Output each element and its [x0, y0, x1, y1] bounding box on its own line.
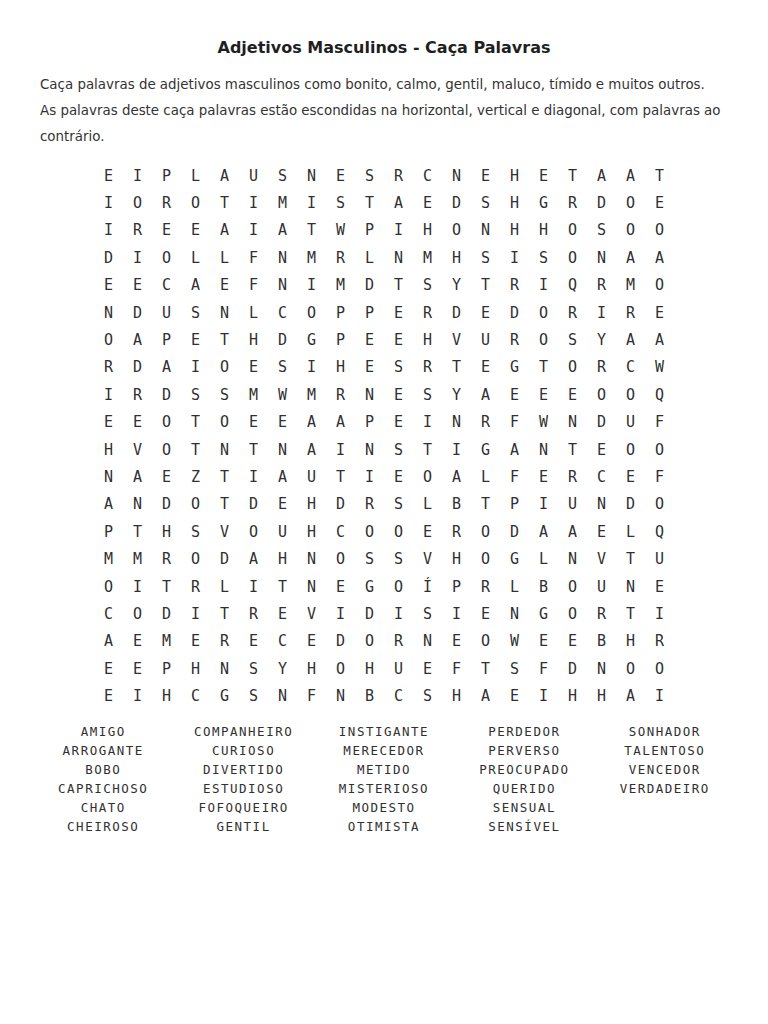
grid-cell-r2c17: R: [558, 189, 587, 216]
grid-cell-r1c12: C: [413, 162, 442, 189]
grid-cell-r15c7: H: [268, 545, 297, 572]
grid-cell-r7c7: D: [268, 326, 297, 353]
grid-cell-r16c19: N: [616, 573, 645, 600]
grid-cell-r17c5: T: [210, 600, 239, 627]
grid-cell-r9c1: I: [94, 381, 123, 408]
grid-cell-r2c13: D: [442, 189, 471, 216]
word-list-column-4: PERDEDORPERVERSOPREOCUPADOQUERIDOSENSUAL…: [454, 722, 594, 836]
grid-cell-r8c13: T: [442, 354, 471, 381]
grid-cell-r1c9: E: [326, 162, 355, 189]
grid-cell-r10c11: E: [384, 409, 413, 436]
grid-cell-r4c2: I: [123, 244, 152, 271]
grid-cell-r18c10: O: [355, 628, 384, 655]
grid-cell-r12c4: Z: [181, 463, 210, 490]
grid-cell-r15c12: V: [413, 545, 442, 572]
grid-cell-r6c16: O: [529, 299, 558, 326]
grid-cell-r11c6: T: [239, 436, 268, 463]
grid-cell-r2c20: E: [645, 189, 674, 216]
grid-cell-r7c3: P: [152, 326, 181, 353]
grid-cell-r1c3: P: [152, 162, 181, 189]
grid-cell-r16c18: U: [587, 573, 616, 600]
word-item: COMPANHEIRO: [173, 722, 313, 741]
grid-cell-r13c13: B: [442, 491, 471, 518]
grid-cell-r15c19: T: [616, 545, 645, 572]
grid-cell-r12c19: E: [616, 463, 645, 490]
grid-cell-r11c16: N: [529, 436, 558, 463]
grid-cell-r7c14: U: [471, 326, 500, 353]
grid-cell-r7c8: G: [297, 326, 326, 353]
grid-cell-r20c18: H: [587, 682, 616, 709]
grid-cell-r13c11: S: [384, 491, 413, 518]
grid-cell-r7c19: A: [616, 326, 645, 353]
grid-cell-r14c1: P: [94, 518, 123, 545]
grid-cell-r16c14: R: [471, 573, 500, 600]
grid-cell-r3c19: O: [616, 217, 645, 244]
grid-cell-r4c17: O: [558, 244, 587, 271]
word-item: CURIOSO: [173, 741, 313, 760]
word-item: PERVERSO: [454, 741, 594, 760]
grid-cell-r2c8: I: [297, 189, 326, 216]
grid-cell-r2c7: M: [268, 189, 297, 216]
grid-cell-r11c4: T: [181, 436, 210, 463]
grid-cell-r9c10: N: [355, 381, 384, 408]
grid-cell-r19c4: H: [181, 655, 210, 682]
grid-cell-r5c12: S: [413, 272, 442, 299]
grid-cell-r9c3: D: [152, 381, 181, 408]
grid-cell-r15c18: V: [587, 545, 616, 572]
grid-cell-r14c8: H: [297, 518, 326, 545]
grid-cell-r19c11: U: [384, 655, 413, 682]
grid-cell-r15c13: H: [442, 545, 471, 572]
grid-cell-r4c6: F: [239, 244, 268, 271]
grid-cell-r14c10: O: [355, 518, 384, 545]
grid-cell-r2c12: E: [413, 189, 442, 216]
grid-cell-r2c19: O: [616, 189, 645, 216]
grid-cell-r18c19: H: [616, 628, 645, 655]
grid-cell-r11c8: A: [297, 436, 326, 463]
grid-cell-r9c4: S: [181, 381, 210, 408]
grid-cell-r8c11: S: [384, 354, 413, 381]
grid-cell-r15c17: N: [558, 545, 587, 572]
grid-cell-r20c5: G: [210, 682, 239, 709]
grid-cell-r16c8: N: [297, 573, 326, 600]
grid-cell-r4c19: A: [616, 244, 645, 271]
grid-cell-r16c9: E: [326, 573, 355, 600]
grid-cell-r5c14: T: [471, 272, 500, 299]
word-item: CHEIROSO: [33, 817, 173, 836]
grid-cell-r18c2: E: [123, 628, 152, 655]
grid-cell-r13c3: D: [152, 491, 181, 518]
grid-cell-r5c11: T: [384, 272, 413, 299]
grid-cell-r3c15: H: [500, 217, 529, 244]
grid-cell-r6c11: E: [384, 299, 413, 326]
grid-cell-r14c13: R: [442, 518, 471, 545]
word-item: MODESTO: [314, 798, 454, 817]
word-item: QUERIDO: [454, 779, 594, 798]
grid-cell-r19c6: S: [239, 655, 268, 682]
grid-cell-r12c15: F: [500, 463, 529, 490]
grid-cell-r9c8: M: [297, 381, 326, 408]
grid-cell-r1c1: E: [94, 162, 123, 189]
grid-cell-r18c1: A: [94, 628, 123, 655]
grid-cell-r13c20: O: [645, 491, 674, 518]
grid-cell-r11c18: E: [587, 436, 616, 463]
grid-cell-r7c4: E: [181, 326, 210, 353]
grid-cell-r7c16: O: [529, 326, 558, 353]
grid-cell-r13c2: N: [123, 491, 152, 518]
grid-cell-r4c1: D: [94, 244, 123, 271]
grid-cell-r12c17: R: [558, 463, 587, 490]
grid-cell-r6c12: R: [413, 299, 442, 326]
grid-cell-r12c3: E: [152, 463, 181, 490]
grid-cell-r4c20: A: [645, 244, 674, 271]
grid-cell-r3c5: A: [210, 217, 239, 244]
grid-cell-r9c7: W: [268, 381, 297, 408]
grid-cell-r11c2: V: [123, 436, 152, 463]
grid-cell-r10c15: F: [500, 409, 529, 436]
grid-cell-r6c4: S: [181, 299, 210, 326]
grid-cell-r20c8: F: [297, 682, 326, 709]
grid-cell-r12c1: N: [94, 463, 123, 490]
grid-cell-r17c2: O: [123, 600, 152, 627]
grid-cell-r14c16: A: [529, 518, 558, 545]
grid-cell-r1c2: I: [123, 162, 152, 189]
grid-cell-r6c5: N: [210, 299, 239, 326]
word-item: PERDEDOR: [454, 722, 594, 741]
grid-cell-r6c18: I: [587, 299, 616, 326]
grid-cell-r4c3: O: [152, 244, 181, 271]
grid-cell-r9c18: O: [587, 381, 616, 408]
grid-cell-r14c5: V: [210, 518, 239, 545]
grid-cell-r14c7: U: [268, 518, 297, 545]
word-item: PREOCUPADO: [454, 760, 594, 779]
grid-cell-r5c5: E: [210, 272, 239, 299]
grid-cell-r15c11: S: [384, 545, 413, 572]
grid-cell-r17c19: T: [616, 600, 645, 627]
grid-cell-r5c9: M: [326, 272, 355, 299]
grid-cell-r9c5: S: [210, 381, 239, 408]
word-item: MISTERIOSO: [314, 779, 454, 798]
grid-cell-r7c17: S: [558, 326, 587, 353]
word-item: VENCEDOR: [595, 760, 735, 779]
grid-cell-r8c7: S: [268, 354, 297, 381]
grid-cell-r2c15: H: [500, 189, 529, 216]
grid-cell-r3c7: A: [268, 217, 297, 244]
grid-cell-r19c13: F: [442, 655, 471, 682]
grid-cell-r7c5: T: [210, 326, 239, 353]
grid-cell-r5c3: C: [152, 272, 181, 299]
grid-cell-r1c17: T: [558, 162, 587, 189]
grid-cell-r19c2: E: [123, 655, 152, 682]
grid-cell-r5c2: E: [123, 272, 152, 299]
grid-cell-r20c13: H: [442, 682, 471, 709]
grid-cell-r9c19: O: [616, 381, 645, 408]
grid-cell-r10c1: E: [94, 409, 123, 436]
grid-cell-r13c4: O: [181, 491, 210, 518]
grid-cell-r19c16: F: [529, 655, 558, 682]
grid-cell-r13c9: D: [326, 491, 355, 518]
grid-cell-r13c8: H: [297, 491, 326, 518]
grid-cell-r17c1: C: [94, 600, 123, 627]
grid-cell-r7c11: E: [384, 326, 413, 353]
grid-cell-r1c15: H: [500, 162, 529, 189]
grid-cell-r8c2: D: [123, 354, 152, 381]
grid-cell-r12c7: A: [268, 463, 297, 490]
grid-cell-r3c3: E: [152, 217, 181, 244]
grid-cell-r12c8: U: [297, 463, 326, 490]
grid-cell-r8c6: E: [239, 354, 268, 381]
grid-cell-r11c14: G: [471, 436, 500, 463]
grid-cell-r8c9: H: [326, 354, 355, 381]
grid-cell-r2c2: O: [123, 189, 152, 216]
grid-cell-r16c2: I: [123, 573, 152, 600]
grid-cell-r1c8: N: [297, 162, 326, 189]
grid-cell-r19c7: Y: [268, 655, 297, 682]
grid-cell-r17c8: V: [297, 600, 326, 627]
grid-cell-r6c7: C: [268, 299, 297, 326]
grid-cell-r16c5: L: [210, 573, 239, 600]
word-item: TALENTOSO: [595, 741, 735, 760]
grid-cell-r9c15: E: [500, 381, 529, 408]
grid-cell-r8c3: A: [152, 354, 181, 381]
grid-cell-r12c5: T: [210, 463, 239, 490]
grid-cell-r6c20: E: [645, 299, 674, 326]
grid-cell-r4c9: R: [326, 244, 355, 271]
grid-cell-r11c20: O: [645, 436, 674, 463]
description-line-1: Caça palavras de adjetivos masculinos co…: [40, 72, 740, 98]
grid-cell-r16c11: O: [384, 573, 413, 600]
grid-cell-r8c4: I: [181, 354, 210, 381]
grid-cell-r14c15: D: [500, 518, 529, 545]
grid-cell-r16c3: T: [152, 573, 181, 600]
word-item: DIVERTIDO: [173, 760, 313, 779]
grid-cell-r5c19: M: [616, 272, 645, 299]
grid-cell-r9c20: Q: [645, 381, 674, 408]
grid-cell-r5c17: Q: [558, 272, 587, 299]
grid-cell-r10c6: E: [239, 409, 268, 436]
grid-cell-r18c8: E: [297, 628, 326, 655]
grid-cell-r19c10: H: [355, 655, 384, 682]
grid-cell-r19c14: T: [471, 655, 500, 682]
word-item: CHATO: [33, 798, 173, 817]
grid-cell-r15c2: M: [123, 545, 152, 572]
grid-cell-r14c2: T: [123, 518, 152, 545]
grid-cell-r12c20: F: [645, 463, 674, 490]
grid-cell-r3c1: I: [94, 217, 123, 244]
grid-cell-r10c2: E: [123, 409, 152, 436]
grid-cell-r20c12: S: [413, 682, 442, 709]
grid-cell-r18c3: M: [152, 628, 181, 655]
grid-cell-r7c13: V: [442, 326, 471, 353]
grid-cell-r12c13: A: [442, 463, 471, 490]
grid-cell-r20c15: E: [500, 682, 529, 709]
grid-cell-r4c10: L: [355, 244, 384, 271]
grid-cell-r12c6: I: [239, 463, 268, 490]
grid-cell-r19c15: S: [500, 655, 529, 682]
grid-cell-r16c6: I: [239, 573, 268, 600]
grid-cell-r17c17: O: [558, 600, 587, 627]
grid-cell-r7c1: O: [94, 326, 123, 353]
grid-cell-r12c16: E: [529, 463, 558, 490]
grid-cell-r16c7: T: [268, 573, 297, 600]
grid-cell-r1c18: A: [587, 162, 616, 189]
grid-cell-r5c1: E: [94, 272, 123, 299]
grid-cell-r11c12: T: [413, 436, 442, 463]
grid-cell-r17c13: I: [442, 600, 471, 627]
grid-cell-r16c4: R: [181, 573, 210, 600]
grid-cell-r13c10: R: [355, 491, 384, 518]
grid-cell-r5c16: I: [529, 272, 558, 299]
grid-cell-r12c9: T: [326, 463, 355, 490]
grid-cell-r16c12: Í: [413, 573, 442, 600]
grid-cell-r7c15: R: [500, 326, 529, 353]
grid-cell-r14c18: E: [587, 518, 616, 545]
grid-cell-r8c8: I: [297, 354, 326, 381]
word-item: INSTIGANTE: [314, 722, 454, 741]
grid-cell-r4c8: M: [297, 244, 326, 271]
grid-cell-r9c6: M: [239, 381, 268, 408]
grid-cell-r11c1: H: [94, 436, 123, 463]
grid-cell-r16c15: L: [500, 573, 529, 600]
grid-cell-r8c20: W: [645, 354, 674, 381]
grid-cell-r16c1: O: [94, 573, 123, 600]
grid-cell-r10c7: E: [268, 409, 297, 436]
grid-cell-r8c10: E: [355, 354, 384, 381]
grid-cell-r2c3: R: [152, 189, 181, 216]
grid-cell-r18c20: R: [645, 628, 674, 655]
grid-cell-r3c18: S: [587, 217, 616, 244]
grid-cell-r14c9: C: [326, 518, 355, 545]
grid-cell-r1c11: R: [384, 162, 413, 189]
grid-cell-r15c6: A: [239, 545, 268, 572]
grid-cell-r2c14: S: [471, 189, 500, 216]
grid-cell-r6c13: D: [442, 299, 471, 326]
grid-cell-r8c17: O: [558, 354, 587, 381]
grid-cell-r19c3: P: [152, 655, 181, 682]
page-title: Adjetivos Masculinos - Caça Palavras: [0, 38, 768, 57]
grid-cell-r14c20: Q: [645, 518, 674, 545]
grid-cell-r9c13: Y: [442, 381, 471, 408]
grid-cell-r17c15: N: [500, 600, 529, 627]
grid-cell-r3c4: E: [181, 217, 210, 244]
grid-cell-r10c14: R: [471, 409, 500, 436]
grid-cell-r12c12: O: [413, 463, 442, 490]
grid-cell-r1c14: E: [471, 162, 500, 189]
grid-cell-r13c17: U: [558, 491, 587, 518]
grid-cell-r3c2: R: [123, 217, 152, 244]
grid-cell-r13c14: T: [471, 491, 500, 518]
grid-cell-r10c16: W: [529, 409, 558, 436]
grid-cell-r5c20: O: [645, 272, 674, 299]
grid-cell-r15c10: S: [355, 545, 384, 572]
grid-cell-r19c5: N: [210, 655, 239, 682]
grid-cell-r15c4: O: [181, 545, 210, 572]
grid-cell-r10c8: A: [297, 409, 326, 436]
grid-cell-r20c4: C: [181, 682, 210, 709]
grid-cell-r11c13: I: [442, 436, 471, 463]
grid-cell-r4c12: M: [413, 244, 442, 271]
grid-cell-r6c6: L: [239, 299, 268, 326]
grid-cell-r4c7: N: [268, 244, 297, 271]
grid-cell-r19c9: O: [326, 655, 355, 682]
word-item: BOBO: [33, 760, 173, 779]
grid-cell-r2c18: D: [587, 189, 616, 216]
grid-cell-r20c6: S: [239, 682, 268, 709]
word-list-column-1: AMIGOARROGANTEBOBOCAPRICHOSOCHATOCHEIROS…: [33, 722, 173, 836]
grid-cell-r18c4: E: [181, 628, 210, 655]
grid-cell-r18c14: O: [471, 628, 500, 655]
grid-cell-r18c9: D: [326, 628, 355, 655]
grid-cell-r5c7: N: [268, 272, 297, 299]
grid-cell-r13c15: P: [500, 491, 529, 518]
grid-cell-r6c2: D: [123, 299, 152, 326]
grid-cell-r20c20: I: [645, 682, 674, 709]
grid-cell-r6c10: P: [355, 299, 384, 326]
word-item: AMIGO: [33, 722, 173, 741]
grid-cell-r14c3: H: [152, 518, 181, 545]
grid-cell-r13c6: D: [239, 491, 268, 518]
grid-cell-r20c14: A: [471, 682, 500, 709]
grid-cell-r3c11: I: [384, 217, 413, 244]
grid-cell-r18c11: R: [384, 628, 413, 655]
grid-cell-r2c11: A: [384, 189, 413, 216]
grid-cell-r13c5: T: [210, 491, 239, 518]
grid-cell-r10c13: N: [442, 409, 471, 436]
grid-cell-r17c12: S: [413, 600, 442, 627]
grid-cell-r12c18: C: [587, 463, 616, 490]
grid-cell-r6c1: N: [94, 299, 123, 326]
grid-cell-r11c19: O: [616, 436, 645, 463]
grid-cell-r3c17: O: [558, 217, 587, 244]
grid-cell-r19c12: E: [413, 655, 442, 682]
grid-cell-r17c9: I: [326, 600, 355, 627]
grid-cell-r8c16: T: [529, 354, 558, 381]
grid-cell-r10c18: D: [587, 409, 616, 436]
grid-cell-r6c8: O: [297, 299, 326, 326]
grid-cell-r2c9: S: [326, 189, 355, 216]
grid-cell-r20c2: I: [123, 682, 152, 709]
grid-cell-r10c19: U: [616, 409, 645, 436]
grid-cell-r5c6: F: [239, 272, 268, 299]
word-list-column-3: INSTIGANTEMERECEDORMETIDOMISTERIOSOMODES…: [314, 722, 454, 836]
grid-cell-r14c17: A: [558, 518, 587, 545]
grid-cell-r5c4: A: [181, 272, 210, 299]
grid-cell-r7c2: A: [123, 326, 152, 353]
grid-cell-r4c5: L: [210, 244, 239, 271]
grid-cell-r6c17: R: [558, 299, 587, 326]
grid-cell-r19c17: D: [558, 655, 587, 682]
word-search-grid: EIPLAUSNESRCNEHETAATIOROTIMISTAEDSHGRDOE…: [94, 162, 674, 710]
grid-cell-r7c6: H: [239, 326, 268, 353]
grid-cell-r13c19: D: [616, 491, 645, 518]
grid-cell-r8c15: G: [500, 354, 529, 381]
grid-cell-r15c16: L: [529, 545, 558, 572]
grid-cell-r19c18: N: [587, 655, 616, 682]
grid-cell-r8c14: E: [471, 354, 500, 381]
worksheet-page: Adjetivos Masculinos - Caça Palavras Caç…: [0, 0, 768, 1024]
grid-cell-r20c1: E: [94, 682, 123, 709]
grid-cell-r17c14: E: [471, 600, 500, 627]
grid-cell-r16c20: E: [645, 573, 674, 600]
grid-cell-r11c5: N: [210, 436, 239, 463]
grid-cell-r17c20: I: [645, 600, 674, 627]
grid-cell-r8c12: R: [413, 354, 442, 381]
grid-cell-r7c20: A: [645, 326, 674, 353]
grid-cell-r3c10: P: [355, 217, 384, 244]
grid-cell-r15c14: O: [471, 545, 500, 572]
grid-cell-r11c7: N: [268, 436, 297, 463]
grid-cell-r19c19: O: [616, 655, 645, 682]
